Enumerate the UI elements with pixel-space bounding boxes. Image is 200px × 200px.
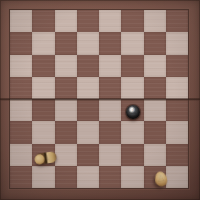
square-d6[interactable]: [77, 55, 99, 77]
square-e2[interactable]: [99, 144, 121, 166]
square-d1[interactable]: [77, 166, 99, 188]
chessboard-photo: ♟♙♙: [0, 0, 200, 200]
square-g4[interactable]: [144, 99, 166, 121]
square-g6[interactable]: [144, 55, 166, 77]
square-g5[interactable]: [144, 77, 166, 99]
square-f8[interactable]: [121, 10, 143, 32]
square-a1[interactable]: [10, 166, 32, 188]
square-c5[interactable]: [55, 77, 77, 99]
square-a6[interactable]: [10, 55, 32, 77]
square-g8[interactable]: [144, 10, 166, 32]
square-a4[interactable]: [10, 99, 32, 121]
square-e1[interactable]: [99, 166, 121, 188]
square-c7[interactable]: [55, 32, 77, 54]
square-g7[interactable]: [144, 32, 166, 54]
square-f7[interactable]: [121, 32, 143, 54]
square-c6[interactable]: [55, 55, 77, 77]
square-d4[interactable]: [77, 99, 99, 121]
square-b6[interactable]: [32, 55, 54, 77]
black-pawn-glyph: ♟: [126, 105, 140, 119]
chess-board: ♟♙♙: [10, 10, 188, 188]
square-e8[interactable]: [99, 10, 121, 32]
square-g2[interactable]: [144, 144, 166, 166]
square-h4[interactable]: [166, 99, 188, 121]
square-h8[interactable]: [166, 10, 188, 32]
square-c8[interactable]: [55, 10, 77, 32]
square-b1[interactable]: [32, 166, 54, 188]
square-f2[interactable]: [121, 144, 143, 166]
square-f1[interactable]: [121, 166, 143, 188]
square-b7[interactable]: [32, 32, 54, 54]
square-a8[interactable]: [10, 10, 32, 32]
square-e7[interactable]: [99, 32, 121, 54]
square-h5[interactable]: [166, 77, 188, 99]
square-a2[interactable]: [10, 144, 32, 166]
square-d3[interactable]: [77, 121, 99, 143]
square-h2[interactable]: [166, 144, 188, 166]
square-d7[interactable]: [77, 32, 99, 54]
square-b8[interactable]: [32, 10, 54, 32]
square-c4[interactable]: [55, 99, 77, 121]
square-a3[interactable]: [10, 121, 32, 143]
square-b5[interactable]: [32, 77, 54, 99]
square-e6[interactable]: [99, 55, 121, 77]
square-e5[interactable]: [99, 77, 121, 99]
square-d2[interactable]: [77, 144, 99, 166]
square-e3[interactable]: [99, 121, 121, 143]
square-f5[interactable]: [121, 77, 143, 99]
square-b4[interactable]: [32, 99, 54, 121]
square-e4[interactable]: [99, 99, 121, 121]
square-c1[interactable]: [55, 166, 77, 188]
black-pawn[interactable]: ♟: [126, 105, 140, 119]
square-d8[interactable]: [77, 10, 99, 32]
square-a7[interactable]: [10, 32, 32, 54]
square-h1[interactable]: [166, 166, 188, 188]
square-g3[interactable]: [144, 121, 166, 143]
square-a5[interactable]: [10, 77, 32, 99]
square-h7[interactable]: [166, 32, 188, 54]
square-h3[interactable]: [166, 121, 188, 143]
square-h6[interactable]: [166, 55, 188, 77]
square-c3[interactable]: [55, 121, 77, 143]
square-c2[interactable]: [55, 144, 77, 166]
square-b3[interactable]: [32, 121, 54, 143]
square-f6[interactable]: [121, 55, 143, 77]
square-d5[interactable]: [77, 77, 99, 99]
square-f3[interactable]: [121, 121, 143, 143]
